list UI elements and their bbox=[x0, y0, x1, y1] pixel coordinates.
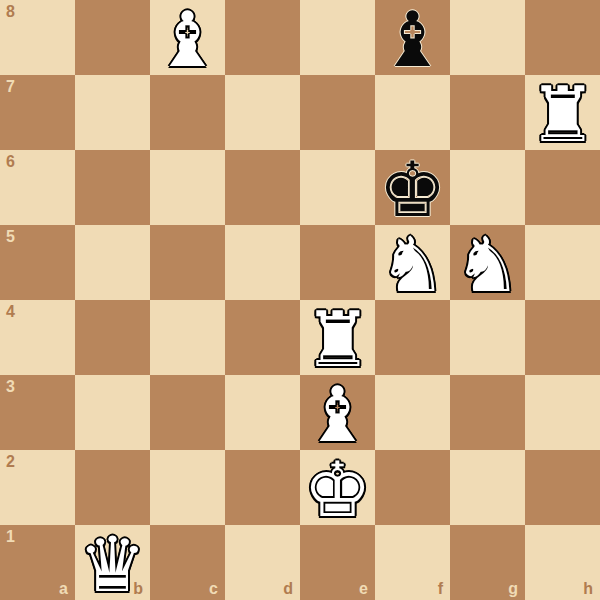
rank-label-2: 2 bbox=[6, 454, 15, 470]
chess-board: 8♝♝7♜6♚5♞♞4♜3♝2♚1ab♛cdefgh bbox=[0, 0, 600, 600]
square-d2[interactable] bbox=[225, 450, 300, 525]
square-h6[interactable] bbox=[525, 150, 600, 225]
square-a8[interactable]: 8 bbox=[0, 0, 75, 75]
square-b2[interactable] bbox=[75, 450, 150, 525]
square-g7[interactable] bbox=[450, 75, 525, 150]
square-d6[interactable] bbox=[225, 150, 300, 225]
square-e2[interactable]: ♚ bbox=[300, 450, 375, 525]
square-h3[interactable] bbox=[525, 375, 600, 450]
square-h1[interactable]: h bbox=[525, 525, 600, 600]
square-e6[interactable] bbox=[300, 150, 375, 225]
square-c2[interactable] bbox=[150, 450, 225, 525]
square-a4[interactable]: 4 bbox=[0, 300, 75, 375]
file-label-d: d bbox=[283, 581, 293, 597]
rank-label-7: 7 bbox=[6, 79, 15, 95]
white-queen-icon[interactable]: ♛ bbox=[78, 527, 146, 600]
file-label-g: g bbox=[508, 581, 518, 597]
square-f5[interactable]: ♞ bbox=[375, 225, 450, 300]
square-b4[interactable] bbox=[75, 300, 150, 375]
white-bishop-icon[interactable]: ♝ bbox=[153, 2, 221, 77]
rank-label-5: 5 bbox=[6, 229, 15, 245]
square-c1[interactable]: c bbox=[150, 525, 225, 600]
square-e5[interactable] bbox=[300, 225, 375, 300]
square-c7[interactable] bbox=[150, 75, 225, 150]
square-e7[interactable] bbox=[300, 75, 375, 150]
white-rook-icon[interactable]: ♜ bbox=[303, 302, 371, 377]
square-f8[interactable]: ♝ bbox=[375, 0, 450, 75]
square-g1[interactable]: g bbox=[450, 525, 525, 600]
square-b6[interactable] bbox=[75, 150, 150, 225]
square-e8[interactable] bbox=[300, 0, 375, 75]
square-b1[interactable]: b♛ bbox=[75, 525, 150, 600]
square-f3[interactable] bbox=[375, 375, 450, 450]
square-e3[interactable]: ♝ bbox=[300, 375, 375, 450]
square-h2[interactable] bbox=[525, 450, 600, 525]
square-d3[interactable] bbox=[225, 375, 300, 450]
square-c4[interactable] bbox=[150, 300, 225, 375]
square-g4[interactable] bbox=[450, 300, 525, 375]
square-d7[interactable] bbox=[225, 75, 300, 150]
square-d4[interactable] bbox=[225, 300, 300, 375]
file-label-e: e bbox=[359, 581, 368, 597]
square-d1[interactable]: d bbox=[225, 525, 300, 600]
square-f1[interactable]: f bbox=[375, 525, 450, 600]
square-d8[interactable] bbox=[225, 0, 300, 75]
square-h7[interactable]: ♜ bbox=[525, 75, 600, 150]
black-bishop-icon[interactable]: ♝ bbox=[378, 2, 446, 77]
square-f2[interactable] bbox=[375, 450, 450, 525]
rank-label-3: 3 bbox=[6, 379, 15, 395]
square-f4[interactable] bbox=[375, 300, 450, 375]
square-b7[interactable] bbox=[75, 75, 150, 150]
rank-label-1: 1 bbox=[6, 529, 15, 545]
white-rook-icon[interactable]: ♜ bbox=[528, 77, 596, 152]
rank-label-4: 4 bbox=[6, 304, 15, 320]
square-f6[interactable]: ♚ bbox=[375, 150, 450, 225]
square-b8[interactable] bbox=[75, 0, 150, 75]
white-knight-icon[interactable]: ♞ bbox=[453, 227, 521, 302]
white-king-icon[interactable]: ♚ bbox=[303, 452, 371, 527]
square-h5[interactable] bbox=[525, 225, 600, 300]
square-g8[interactable] bbox=[450, 0, 525, 75]
square-e4[interactable]: ♜ bbox=[300, 300, 375, 375]
square-h8[interactable] bbox=[525, 0, 600, 75]
square-g6[interactable] bbox=[450, 150, 525, 225]
square-b3[interactable] bbox=[75, 375, 150, 450]
square-d5[interactable] bbox=[225, 225, 300, 300]
square-a5[interactable]: 5 bbox=[0, 225, 75, 300]
square-a7[interactable]: 7 bbox=[0, 75, 75, 150]
square-c8[interactable]: ♝ bbox=[150, 0, 225, 75]
file-label-a: a bbox=[59, 581, 68, 597]
square-f7[interactable] bbox=[375, 75, 450, 150]
square-a6[interactable]: 6 bbox=[0, 150, 75, 225]
square-a3[interactable]: 3 bbox=[0, 375, 75, 450]
square-e1[interactable]: e bbox=[300, 525, 375, 600]
white-bishop-icon[interactable]: ♝ bbox=[303, 377, 371, 452]
square-a2[interactable]: 2 bbox=[0, 450, 75, 525]
file-label-f: f bbox=[438, 581, 443, 597]
square-b5[interactable] bbox=[75, 225, 150, 300]
rank-label-6: 6 bbox=[6, 154, 15, 170]
square-g3[interactable] bbox=[450, 375, 525, 450]
file-label-h: h bbox=[583, 581, 593, 597]
square-c6[interactable] bbox=[150, 150, 225, 225]
square-h4[interactable] bbox=[525, 300, 600, 375]
file-label-c: c bbox=[209, 581, 218, 597]
square-a1[interactable]: 1a bbox=[0, 525, 75, 600]
square-g2[interactable] bbox=[450, 450, 525, 525]
square-g5[interactable]: ♞ bbox=[450, 225, 525, 300]
rank-label-8: 8 bbox=[6, 4, 15, 20]
square-c5[interactable] bbox=[150, 225, 225, 300]
black-king-icon[interactable]: ♚ bbox=[378, 152, 446, 227]
square-c3[interactable] bbox=[150, 375, 225, 450]
white-knight-icon[interactable]: ♞ bbox=[378, 227, 446, 302]
